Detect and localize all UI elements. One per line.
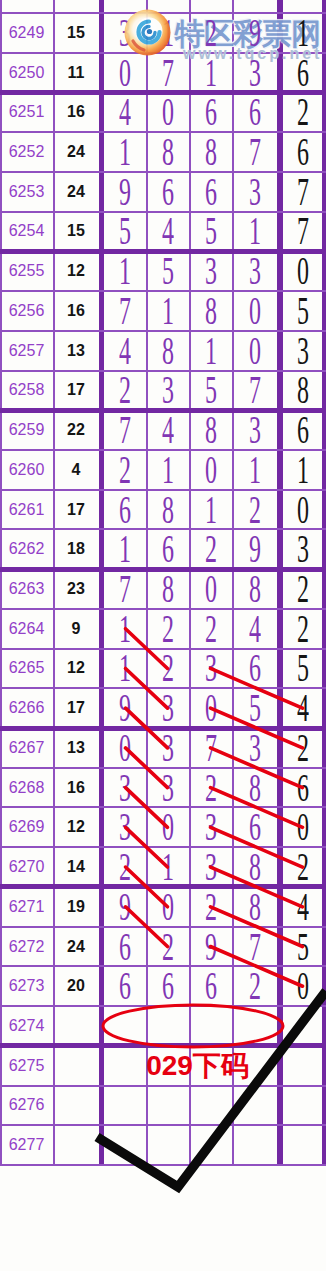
digit-cell: 8: [146, 569, 189, 609]
digit-cell: 3: [146, 688, 189, 728]
sum-cell: [53, 1125, 99, 1165]
issue-cell: 6252: [0, 132, 53, 172]
digit-cell: [104, 1086, 146, 1126]
digit-cell: 1: [232, 212, 277, 252]
issue-cell: 6253: [0, 172, 53, 212]
digit-cell: 7: [104, 569, 146, 609]
sum-cell: 11: [53, 53, 99, 93]
digit-cell: 7: [146, 53, 189, 93]
issue-cell: 6259: [0, 410, 53, 450]
issue-cell: 6258: [0, 371, 53, 411]
digit-cell: 4: [104, 92, 146, 132]
digit-cell: 6: [283, 410, 322, 450]
digit-cell: 7: [189, 728, 232, 768]
digit-cell: 2: [283, 728, 322, 768]
sum-cell: [53, 1086, 99, 1126]
digit-cell: [146, 1006, 189, 1046]
digit-cell: 2: [283, 569, 322, 609]
sum-cell: 16: [53, 768, 99, 808]
digit-cell: [283, 1125, 322, 1165]
digit-cell: 6: [232, 649, 277, 689]
digit-cell: 6: [146, 529, 189, 569]
sum-cell: 22: [53, 410, 99, 450]
digit-cell: [146, 1125, 189, 1165]
issue-cell: 6265: [0, 649, 53, 689]
digit-cell: 5: [146, 251, 189, 291]
digit-cell: 6: [146, 966, 189, 1006]
digit-cell: 1: [104, 251, 146, 291]
digit-cell: 5: [232, 688, 277, 728]
digit-cell: 0: [283, 807, 322, 847]
digit-cell: 2: [146, 609, 189, 649]
sum-cell: 15: [53, 212, 99, 252]
digit-cell: 5: [283, 927, 322, 967]
digit-cell: [146, 1086, 189, 1126]
digit-cell: 3: [146, 728, 189, 768]
digit-cell: 2: [189, 609, 232, 649]
issue-cell: 6264: [0, 609, 53, 649]
sum-cell: 18: [53, 529, 99, 569]
digit-cell: 3: [283, 331, 322, 371]
digit-cell: 1: [189, 331, 232, 371]
digit-cell: 6: [189, 92, 232, 132]
sum-cell: 12: [53, 807, 99, 847]
digit-cell: 9: [189, 927, 232, 967]
digit-cell: 7: [232, 927, 277, 967]
digit-cell: 4: [283, 688, 322, 728]
digit-cell: 6: [189, 966, 232, 1006]
sum-cell: [53, 1046, 99, 1086]
sum-cell: 13: [53, 331, 99, 371]
digit-cell: 0: [104, 728, 146, 768]
sum-cell: 19: [53, 887, 99, 927]
digit-cell: 3: [232, 53, 277, 93]
digit-cell: 0: [189, 569, 232, 609]
digit-cell: 3: [283, 529, 322, 569]
digit-cell: 6: [232, 807, 277, 847]
digit-cell: [104, 1006, 146, 1046]
digit-cell: 5: [283, 291, 322, 331]
issue-cell: 6273: [0, 966, 53, 1006]
digit-cell: 2: [146, 649, 189, 689]
digit-cell: 3: [104, 807, 146, 847]
digit-cell: 6: [104, 490, 146, 530]
issue-cell: 6276: [0, 1086, 53, 1126]
digit-cell: 8: [232, 847, 277, 887]
issue-cell: 6274: [0, 1006, 53, 1046]
digit-cell: 2: [283, 609, 322, 649]
sum-cell: 24: [53, 927, 99, 967]
digit-cell: 0: [283, 966, 322, 1006]
digit-cell: 4: [146, 410, 189, 450]
issue-cell: 6271: [0, 887, 53, 927]
digit-cell: 3: [189, 847, 232, 887]
digit-cell: 3: [232, 172, 277, 212]
prediction-note: 029下码: [110, 1050, 285, 1082]
sum-cell: 16: [53, 92, 99, 132]
digit-cell: 1: [104, 132, 146, 172]
issue-cell: 6249: [0, 13, 53, 53]
digit-cell: 1: [189, 490, 232, 530]
digit-cell: 8: [189, 132, 232, 172]
digit-cell: 4: [104, 331, 146, 371]
digit-cell: 8: [232, 768, 277, 808]
digit-cell: 2: [189, 768, 232, 808]
digit-cell: 0: [189, 688, 232, 728]
digit-cell: 1: [283, 13, 322, 53]
issue-cell: 6266: [0, 688, 53, 728]
digit-cell: 5: [189, 371, 232, 411]
digit-cell: 5: [189, 212, 232, 252]
digit-cell: 8: [146, 331, 189, 371]
digit-cell: 2: [104, 847, 146, 887]
issue-cell: 6267: [0, 728, 53, 768]
digit-cell: 6: [104, 966, 146, 1006]
sum-cell: 12: [53, 649, 99, 689]
digit-cell: 1: [146, 450, 189, 490]
sum-cell: [53, 1006, 99, 1046]
issue-cell: 6275: [0, 1046, 53, 1086]
digit-cell: 2: [189, 887, 232, 927]
digit-cell: 3: [189, 649, 232, 689]
digit-cell: [232, 1125, 277, 1165]
digit-cell: 3: [189, 251, 232, 291]
digit-cell: 4: [283, 887, 322, 927]
digit-cell: 3: [146, 371, 189, 411]
sum-cell: 17: [53, 371, 99, 411]
digit-cell: 8: [232, 569, 277, 609]
sum-cell: 24: [53, 132, 99, 172]
digit-cell: 2: [104, 450, 146, 490]
issue-cell: 6256: [0, 291, 53, 331]
digit-cell: 2: [283, 92, 322, 132]
issue-cell: 6263: [0, 569, 53, 609]
digit-cell: [104, 1125, 146, 1165]
lottery-trend-chart: 6249153129162501107136625116406626252241…: [0, 0, 326, 1271]
digit-cell: 1: [104, 609, 146, 649]
digit-cell: 0: [283, 251, 322, 291]
digit-cell: 0: [146, 807, 189, 847]
sum-cell: 9: [53, 609, 99, 649]
digit-cell: 2: [232, 490, 277, 530]
digit-cell: 7: [104, 410, 146, 450]
digit-cell: 1: [146, 847, 189, 887]
digit-cell: 0: [146, 92, 189, 132]
digit-cell: 8: [146, 132, 189, 172]
digit-cell: 8: [232, 887, 277, 927]
digit-cell: 1: [146, 291, 189, 331]
issue-cell: 6277: [0, 1125, 53, 1165]
digit-cell: 3: [146, 768, 189, 808]
digit-cell: 6: [104, 927, 146, 967]
issue-cell: 6251: [0, 92, 53, 132]
digit-cell: 5: [283, 649, 322, 689]
sum-cell: 20: [53, 966, 99, 1006]
sum-cell: 12: [53, 251, 99, 291]
issue-cell: 6255: [0, 251, 53, 291]
issue-cell: 6272: [0, 927, 53, 967]
digit-cell: 6: [232, 92, 277, 132]
digit-cell: 2: [283, 847, 322, 887]
digit-cell: 9: [104, 887, 146, 927]
digit-cell: 1: [189, 53, 232, 93]
digit-cell: 3: [232, 410, 277, 450]
issue-cell: 6254: [0, 212, 53, 252]
digit-cell: 3: [232, 728, 277, 768]
digit-cell: 0: [283, 490, 322, 530]
digit-cell: 1: [232, 450, 277, 490]
digit-cell: 9: [104, 172, 146, 212]
digit-cell: [189, 1125, 232, 1165]
digit-cell: 6: [283, 53, 322, 93]
sum-cell: 15: [53, 13, 99, 53]
digit-cell: 2: [189, 529, 232, 569]
issue-cell: 6250: [0, 53, 53, 93]
digit-cell: [232, 1006, 277, 1046]
sum-cell: 24: [53, 172, 99, 212]
digit-cell: 7: [104, 291, 146, 331]
digit-cell: 2: [146, 927, 189, 967]
digit-cell: 1: [104, 529, 146, 569]
digit-cell: 0: [146, 887, 189, 927]
digit-cell: [232, 1086, 277, 1126]
digit-cell: 8: [189, 410, 232, 450]
digit-cell: 3: [189, 807, 232, 847]
digit-cell: 2: [104, 371, 146, 411]
digit-cell: 4: [146, 212, 189, 252]
sum-cell: 17: [53, 490, 99, 530]
digit-cell: 3: [104, 768, 146, 808]
digit-cell: 6: [146, 172, 189, 212]
grid-line: [322, 0, 326, 1165]
digit-cell: 2: [232, 966, 277, 1006]
issue-cell: 6261: [0, 490, 53, 530]
digit-cell: 8: [283, 371, 322, 411]
sum-cell: 17: [53, 688, 99, 728]
digit-cell: 9: [232, 13, 277, 53]
digit-cell: 0: [104, 53, 146, 93]
issue-cell: 6270: [0, 847, 53, 887]
issue-cell: 6262: [0, 529, 53, 569]
sum-cell: 14: [53, 847, 99, 887]
digit-cell: 7: [283, 172, 322, 212]
digit-cell: 3: [232, 251, 277, 291]
digit-cell: [283, 1086, 322, 1126]
digit-cell: 7: [232, 371, 277, 411]
digit-cell: 8: [189, 291, 232, 331]
sum-cell: 16: [53, 291, 99, 331]
digit-cell: 0: [189, 450, 232, 490]
digit-cell: 6: [283, 768, 322, 808]
issue-cell: 6269: [0, 807, 53, 847]
tqcp-logo-icon: [123, 8, 172, 57]
sum-cell: 4: [53, 450, 99, 490]
digit-cell: [189, 1086, 232, 1126]
digit-cell: 0: [232, 291, 277, 331]
issue-cell: 6257: [0, 331, 53, 371]
digit-cell: 5: [104, 212, 146, 252]
digit-cell: 6: [283, 132, 322, 172]
digit-cell: 8: [146, 490, 189, 530]
digit-cell: 1: [104, 649, 146, 689]
digit-cell: 9: [232, 529, 277, 569]
digit-cell: 7: [232, 132, 277, 172]
digit-cell: [189, 1006, 232, 1046]
digit-cell: 0: [232, 331, 277, 371]
issue-cell: 6268: [0, 768, 53, 808]
digit-cell: 1: [283, 450, 322, 490]
sum-cell: 13: [53, 728, 99, 768]
digit-cell: 2: [189, 13, 232, 53]
issue-cell: 6260: [0, 450, 53, 490]
digit-cell: 9: [104, 688, 146, 728]
sum-cell: 23: [53, 569, 99, 609]
digit-cell: 7: [283, 212, 322, 252]
digit-cell: [283, 1006, 322, 1046]
digit-cell: [283, 1046, 322, 1086]
digit-cell: 6: [189, 172, 232, 212]
digit-cell: 4: [232, 609, 277, 649]
